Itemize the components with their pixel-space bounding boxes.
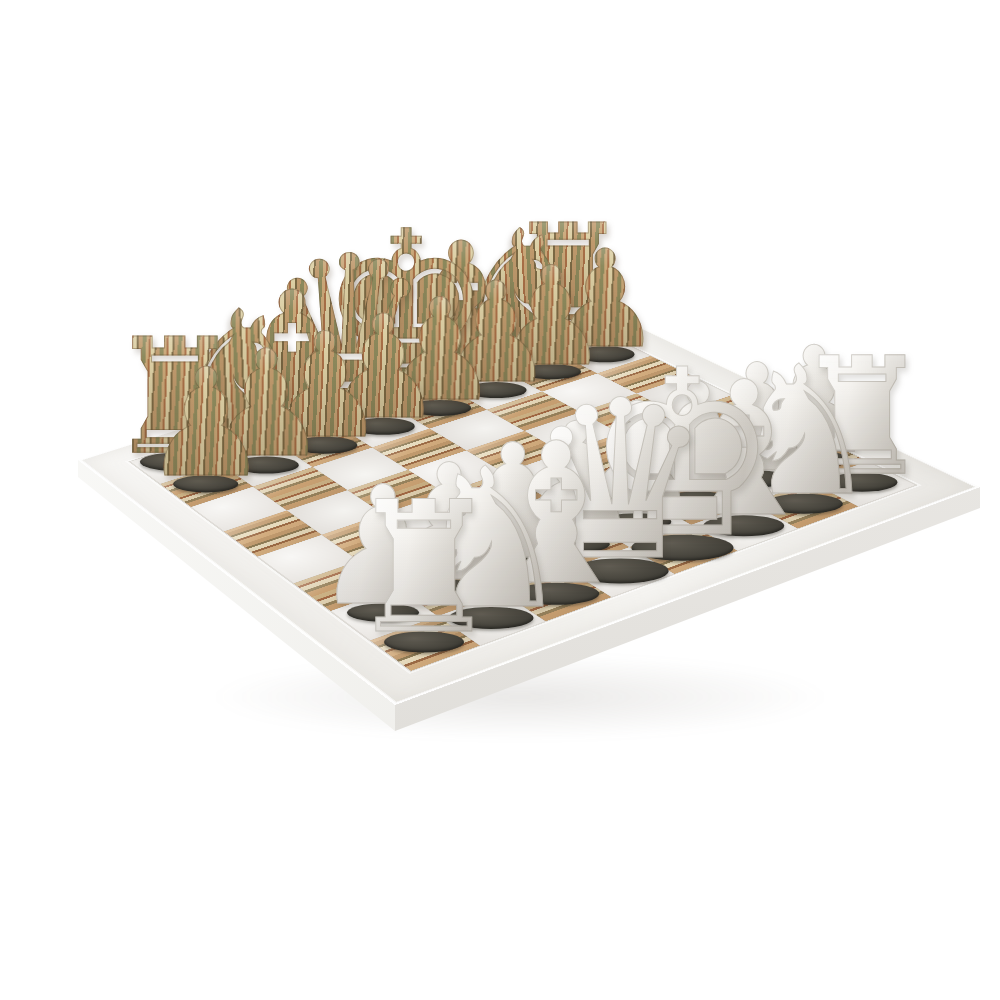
chess-set-product-photo: ♜♞♝♛♚♝♞♜♟♟♟♟♟♟♟♟♟♟♟♟♟♟♟♟♜♞♝♛♚♝♞♜ xyxy=(0,0,1000,1000)
rook-icon: ♜ xyxy=(348,478,501,660)
pieces-layer: ♜♞♝♛♚♝♞♜♟♟♟♟♟♟♟♟♟♟♟♟♟♟♟♟♜♞♝♛♚♝♞♜ xyxy=(0,0,1000,1000)
pawn-icon: ♟ xyxy=(143,350,269,499)
